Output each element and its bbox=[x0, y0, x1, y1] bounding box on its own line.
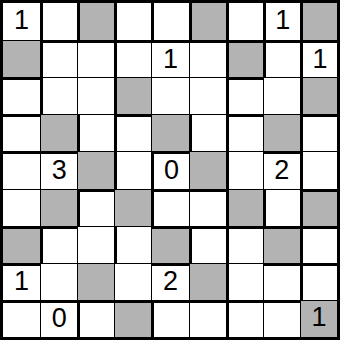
cell-r7c1[interactable] bbox=[40, 263, 77, 300]
cell-r3c6[interactable] bbox=[226, 114, 263, 151]
clue-number: 0 bbox=[52, 303, 67, 334]
cell-r2c8[interactable] bbox=[300, 77, 337, 114]
clue-number: 1 bbox=[163, 44, 178, 75]
clue-number: 1 bbox=[14, 266, 29, 297]
cell-r1c5[interactable] bbox=[189, 40, 226, 77]
cell-r3c0[interactable] bbox=[3, 114, 40, 151]
cell-r6c7[interactable] bbox=[263, 226, 300, 263]
cell-r0c3[interactable] bbox=[114, 3, 151, 40]
cell-r0c4[interactable] bbox=[151, 3, 188, 40]
cell-r6c0[interactable] bbox=[3, 226, 40, 263]
cell-r2c0[interactable] bbox=[3, 77, 40, 114]
cell-r3c1[interactable] bbox=[40, 114, 77, 151]
cell-r6c8[interactable] bbox=[300, 226, 337, 263]
cell-r2c2[interactable] bbox=[77, 77, 114, 114]
cell-r6c1[interactable] bbox=[40, 226, 77, 263]
cell-r2c4[interactable] bbox=[151, 77, 188, 114]
cell-r1c6[interactable] bbox=[226, 40, 263, 77]
cell-r5c1[interactable] bbox=[40, 189, 77, 226]
cell-r6c3[interactable] bbox=[114, 226, 151, 263]
cell-r8c1[interactable]: 0 bbox=[40, 300, 77, 337]
clue-number: 0 bbox=[164, 155, 179, 186]
cell-r8c2[interactable] bbox=[77, 300, 114, 337]
cell-r8c0[interactable] bbox=[3, 300, 40, 337]
cell-r5c2[interactable] bbox=[77, 189, 114, 226]
cell-r2c6[interactable] bbox=[226, 77, 263, 114]
cell-r4c0[interactable] bbox=[3, 151, 40, 188]
cell-r4c6[interactable] bbox=[226, 151, 263, 188]
cell-r5c7[interactable] bbox=[263, 189, 300, 226]
cell-r2c7[interactable] bbox=[263, 77, 300, 114]
cell-r0c7[interactable]: 1 bbox=[263, 3, 300, 40]
cell-r0c0[interactable]: 1 bbox=[3, 3, 40, 40]
cell-r1c8[interactable]: 1 bbox=[300, 40, 337, 77]
cell-r3c8[interactable] bbox=[300, 114, 337, 151]
cell-r1c4[interactable]: 1 bbox=[151, 40, 188, 77]
cell-r7c8[interactable] bbox=[300, 263, 337, 300]
cell-r2c1[interactable] bbox=[40, 77, 77, 114]
cell-r8c4[interactable] bbox=[151, 300, 188, 337]
cell-r5c8[interactable] bbox=[300, 189, 337, 226]
cell-r8c7[interactable] bbox=[263, 300, 300, 337]
cell-r5c4[interactable] bbox=[151, 189, 188, 226]
cell-r8c8[interactable]: 1 bbox=[300, 300, 337, 337]
clue-number: 2 bbox=[163, 266, 178, 297]
cell-r1c0[interactable] bbox=[3, 40, 40, 77]
clue-number: 1 bbox=[312, 44, 327, 75]
cell-r0c2[interactable] bbox=[77, 3, 114, 40]
cell-r1c2[interactable] bbox=[77, 40, 114, 77]
cell-r7c3[interactable] bbox=[114, 263, 151, 300]
cell-r7c0[interactable]: 1 bbox=[3, 263, 40, 300]
cell-r4c4[interactable]: 0 bbox=[151, 151, 188, 188]
cell-r4c8[interactable] bbox=[300, 151, 337, 188]
cell-r8c5[interactable] bbox=[189, 300, 226, 337]
cell-r7c5[interactable] bbox=[189, 263, 226, 300]
puzzle-board-wrapper: 11113021201 bbox=[0, 0, 340, 340]
cell-r6c5[interactable] bbox=[189, 226, 226, 263]
cell-r7c4[interactable]: 2 bbox=[151, 263, 188, 300]
cell-r5c3[interactable] bbox=[114, 189, 151, 226]
cell-r4c3[interactable] bbox=[114, 151, 151, 188]
cell-r2c5[interactable] bbox=[189, 77, 226, 114]
cell-r0c5[interactable] bbox=[189, 3, 226, 40]
cell-r4c5[interactable] bbox=[189, 151, 226, 188]
cell-r5c6[interactable] bbox=[226, 189, 263, 226]
cell-r3c7[interactable] bbox=[263, 114, 300, 151]
cell-r1c3[interactable] bbox=[114, 40, 151, 77]
cell-r0c6[interactable] bbox=[226, 3, 263, 40]
cell-r4c1[interactable]: 3 bbox=[40, 151, 77, 188]
cell-r4c7[interactable]: 2 bbox=[263, 151, 300, 188]
cell-r6c4[interactable] bbox=[151, 226, 188, 263]
cell-r3c4[interactable] bbox=[151, 114, 188, 151]
cell-r7c2[interactable] bbox=[77, 263, 114, 300]
clue-number: 1 bbox=[14, 5, 29, 36]
cell-r0c8[interactable] bbox=[300, 3, 337, 40]
cell-r7c7[interactable] bbox=[263, 263, 300, 300]
clue-number: 1 bbox=[311, 302, 326, 333]
cell-r0c1[interactable] bbox=[40, 3, 77, 40]
cell-r8c6[interactable] bbox=[226, 300, 263, 337]
cell-r5c5[interactable] bbox=[189, 189, 226, 226]
cell-r6c2[interactable] bbox=[77, 226, 114, 263]
cell-r1c7[interactable] bbox=[263, 40, 300, 77]
cell-r1c1[interactable] bbox=[40, 40, 77, 77]
cell-r3c5[interactable] bbox=[189, 114, 226, 151]
cell-r7c6[interactable] bbox=[226, 263, 263, 300]
cell-r4c2[interactable] bbox=[77, 151, 114, 188]
cell-r8c3[interactable] bbox=[114, 300, 151, 337]
cell-r6c6[interactable] bbox=[226, 226, 263, 263]
cell-r2c3[interactable] bbox=[114, 77, 151, 114]
clue-number: 3 bbox=[52, 155, 67, 186]
cell-r3c2[interactable] bbox=[77, 114, 114, 151]
cell-r3c3[interactable] bbox=[114, 114, 151, 151]
clue-number: 2 bbox=[274, 155, 289, 186]
clue-number: 1 bbox=[275, 5, 290, 36]
puzzle-board: 11113021201 bbox=[0, 0, 340, 340]
cell-r5c0[interactable] bbox=[3, 189, 40, 226]
